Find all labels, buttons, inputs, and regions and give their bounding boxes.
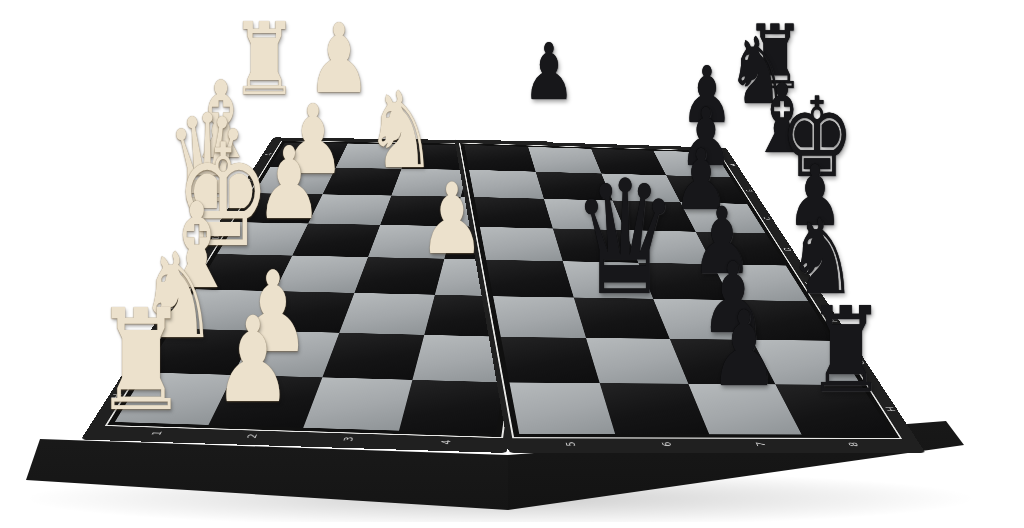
edge-letter-e-left: E bbox=[189, 269, 201, 272]
edge-number-3: 3 bbox=[341, 437, 355, 442]
edge-letter-h-left: H bbox=[109, 394, 124, 399]
square-c5[interactable] bbox=[474, 197, 553, 228]
square-b5[interactable] bbox=[469, 170, 544, 199]
edge-letter-c-left: C bbox=[229, 206, 240, 209]
board-half-right: ABCDEFGH5678 bbox=[454, 139, 925, 453]
edge-letter-b-right: B bbox=[744, 189, 754, 192]
square-d3[interactable] bbox=[368, 225, 453, 259]
square-h4[interactable] bbox=[399, 380, 503, 434]
square-d5[interactable] bbox=[480, 227, 563, 261]
square-g3[interactable] bbox=[322, 333, 424, 380]
edge-letter-e-right: E bbox=[803, 282, 815, 285]
edge-number-6: 6 bbox=[659, 442, 673, 447]
piece-black-pawn-a5[interactable]: ♟ bbox=[523, 42, 575, 103]
piece-black-pawn-e8[interactable]: ♟ bbox=[787, 164, 843, 230]
playing-field-right bbox=[459, 143, 902, 439]
square-c6[interactable] bbox=[544, 199, 625, 230]
piece-black-bishop-c8[interactable]: ♝ bbox=[750, 82, 815, 157]
edge-letter-b-left: B bbox=[247, 178, 257, 180]
piece-black-rook-a8[interactable]: ♜ bbox=[745, 24, 804, 93]
edge-letter-c-right: C bbox=[762, 217, 773, 220]
edge-number-4: 4 bbox=[438, 440, 452, 445]
square-c3[interactable] bbox=[380, 196, 460, 227]
edge-number-1: 1 bbox=[149, 431, 164, 436]
edge-number-8: 8 bbox=[845, 442, 859, 447]
square-c2[interactable] bbox=[308, 194, 391, 224]
piece-white-queen-d1[interactable]: ♛ bbox=[166, 112, 248, 207]
edge-letter-d-right: D bbox=[781, 248, 792, 251]
square-b2[interactable] bbox=[323, 168, 402, 196]
edge-letter-a-right: A bbox=[728, 164, 737, 166]
edge-letter-a-left: A bbox=[263, 153, 273, 155]
square-a5[interactable] bbox=[464, 145, 535, 172]
edge-letter-g-right: G bbox=[853, 360, 867, 365]
square-d2[interactable] bbox=[292, 223, 380, 257]
chess-set-photo: ABCDEFGH1234 ABCDEFGH5678 ♜♟♜♟♞♟♝♝♟♞♟♚♛♟… bbox=[0, 0, 1024, 528]
edge-letter-g-left: G bbox=[138, 347, 152, 352]
piece-black-king-d8[interactable]: ♚ bbox=[780, 96, 854, 182]
square-f5[interactable] bbox=[493, 296, 586, 338]
edge-letter-h-right: H bbox=[883, 407, 897, 412]
board-grid-right bbox=[464, 145, 892, 435]
square-h3[interactable] bbox=[303, 377, 412, 430]
square-b8[interactable] bbox=[666, 175, 747, 204]
square-b3[interactable] bbox=[391, 169, 467, 197]
edge-letter-f-right: F bbox=[827, 319, 839, 322]
square-a2[interactable] bbox=[336, 144, 411, 169]
square-g5[interactable] bbox=[501, 337, 600, 383]
square-f3[interactable] bbox=[339, 293, 435, 335]
piece-white-rook-a1[interactable]: ♜ bbox=[230, 21, 297, 99]
square-c8[interactable] bbox=[680, 202, 765, 233]
edge-number-7: 7 bbox=[753, 442, 767, 447]
piece-black-knight-b8[interactable]: ♞ bbox=[727, 36, 789, 108]
square-a8[interactable] bbox=[653, 151, 730, 177]
edge-letter-f-left: F bbox=[165, 307, 177, 310]
edge-number-2: 2 bbox=[244, 434, 258, 439]
edge-letter-d-left: D bbox=[210, 236, 221, 239]
square-e2[interactable] bbox=[275, 256, 368, 293]
square-b6[interactable] bbox=[536, 172, 613, 201]
square-h5[interactable] bbox=[509, 382, 615, 434]
piece-black-pawn-b7[interactable]: ♟ bbox=[681, 65, 733, 126]
square-a6[interactable] bbox=[528, 147, 601, 174]
square-e5[interactable] bbox=[486, 260, 574, 298]
square-e3[interactable] bbox=[354, 257, 444, 295]
piece-white-pawn-a2[interactable]: ♟ bbox=[307, 22, 372, 97]
edge-number-5: 5 bbox=[563, 442, 577, 447]
piece-white-bishop-c1[interactable]: ♝ bbox=[185, 80, 256, 163]
